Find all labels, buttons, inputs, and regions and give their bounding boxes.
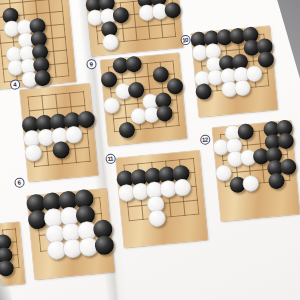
white-stone: [172, 178, 191, 197]
diagram-number-badge: 11: [105, 153, 116, 164]
black-stone: [164, 1, 181, 18]
white-stone: [64, 125, 83, 144]
partial-board-top-left: [0, 0, 76, 89]
black-stone: [195, 83, 212, 100]
page-content: 469101112: [0, 0, 300, 300]
black-stone: [268, 172, 285, 189]
diagram-number-badge: 10: [180, 34, 191, 45]
diagram-10: [191, 26, 278, 117]
white-stone: [23, 143, 42, 162]
black-stone: [34, 69, 51, 86]
diagram-9: [100, 53, 187, 146]
diagram-11: [116, 150, 208, 248]
white-stone: [234, 79, 251, 96]
white-stone: [242, 175, 259, 192]
diagram-number-badge: 6: [14, 177, 25, 188]
white-stone: [102, 34, 119, 51]
black-stone: [166, 78, 183, 95]
black-stone: [257, 51, 274, 68]
black-stone: [118, 121, 135, 138]
diagram-number-badge: 12: [199, 134, 210, 145]
diagram-number-badge: 9: [86, 58, 97, 69]
book-photo: 469101112: [0, 0, 300, 300]
diagram-number-badge: 4: [9, 79, 20, 90]
black-stone: [94, 234, 115, 255]
diagram-6: [27, 188, 115, 279]
black-stone: [51, 140, 70, 159]
black-stone: [76, 110, 95, 129]
diagram-12: [212, 120, 300, 221]
partial-board-top-middle: [86, 0, 183, 56]
page-edge-shadow: [0, 278, 12, 300]
diagram-4: [20, 84, 98, 182]
black-stone: [277, 132, 294, 149]
white-stone: [147, 208, 166, 227]
black-stone: [280, 158, 297, 175]
